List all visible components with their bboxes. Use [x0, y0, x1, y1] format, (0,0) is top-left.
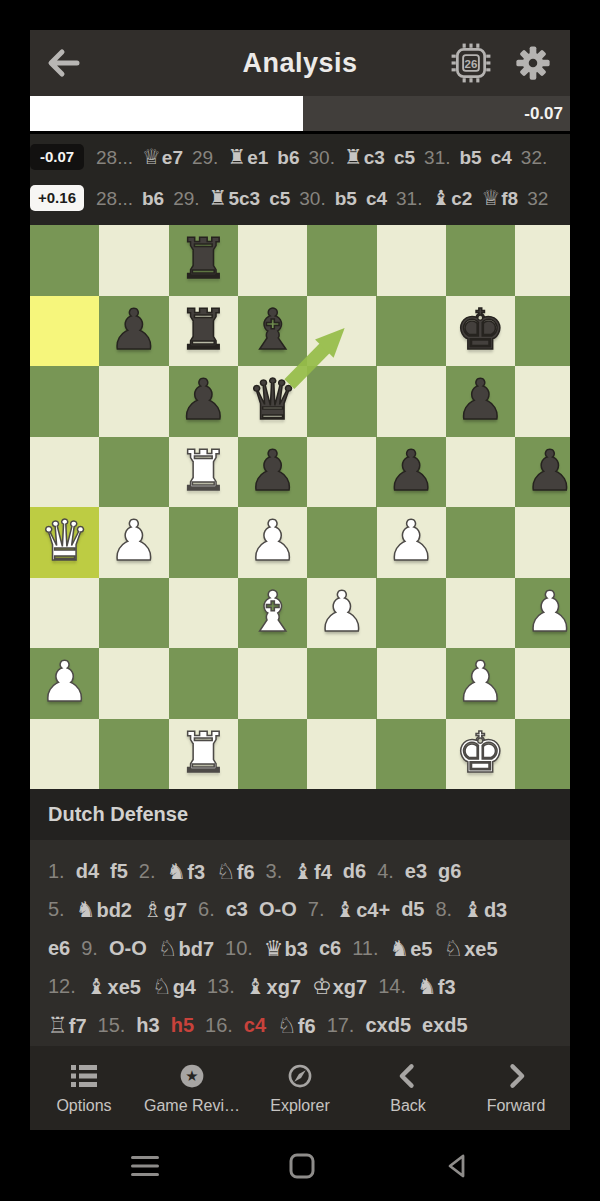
square-a1[interactable]	[30, 719, 99, 790]
move-number: 16.	[205, 1014, 233, 1037]
android-back-button[interactable]	[442, 1151, 472, 1181]
black-b-d7[interactable]: ♝	[238, 296, 307, 367]
white-p-d4[interactable]: ♟	[238, 507, 307, 578]
back-arrow-icon	[46, 47, 82, 79]
move-token[interactable]: f5	[110, 860, 128, 883]
move-number: 29.	[173, 188, 199, 209]
move-token[interactable]: ♛b3	[264, 936, 308, 961]
nav-label: Explorer	[270, 1097, 330, 1115]
evaluation-bar[interactable]: -0.07	[30, 96, 570, 131]
piece-figurine: ♝	[87, 974, 107, 999]
square-h2[interactable]	[515, 648, 570, 719]
compass-icon	[285, 1062, 315, 1090]
move-number: 29.	[192, 147, 218, 168]
piece-figurine: ♝	[246, 974, 266, 999]
engine-chip-icon[interactable]: 26	[450, 42, 492, 84]
white-p-f4[interactable]: ♟	[377, 507, 446, 578]
move-token[interactable]: ♜e1	[227, 147, 268, 168]
move-token[interactable]: ♖f7	[48, 1013, 87, 1038]
square-h8[interactable]	[515, 225, 570, 296]
square-a5[interactable]	[30, 437, 99, 508]
square-f8[interactable]	[377, 225, 446, 296]
move-token[interactable]: c5	[394, 147, 415, 168]
square-h7[interactable]	[515, 296, 570, 367]
square-g4[interactable]	[446, 507, 515, 578]
engine-lines-panel: -0.07 28...♕e729.♜e1b630.♜c3c531.b5c432.…	[30, 134, 570, 225]
move-token[interactable]: ♝c4+	[335, 897, 390, 922]
nav-item-back[interactable]: Back	[354, 1046, 462, 1130]
evaluation-bar-white-portion	[30, 96, 303, 131]
piece-figurine: ♜	[227, 145, 246, 169]
move-number: 30.	[299, 188, 325, 209]
eval-badge: -0.07	[30, 144, 84, 170]
move-token[interactable]: ♘f6	[277, 1013, 316, 1038]
white-r-c1[interactable]: ♜	[169, 719, 238, 790]
piece-figurine: ♕	[481, 186, 500, 210]
square-b6[interactable]	[99, 366, 168, 437]
move-number: 8.	[435, 898, 452, 921]
move-token[interactable]: c6	[319, 937, 341, 960]
white-p-e3[interactable]: ♟	[307, 578, 376, 649]
move-number: 14.	[378, 975, 406, 998]
square-e2[interactable]	[307, 648, 376, 719]
square-a8[interactable]	[30, 225, 99, 296]
move-number: 30.	[309, 147, 335, 168]
app-bar: Analysis 26	[30, 30, 570, 96]
move-token[interactable]: c4	[491, 147, 512, 168]
piece-figurine: ♘	[443, 936, 463, 961]
piece-figurine: ♝	[293, 859, 313, 884]
black-p-g6[interactable]: ♟	[446, 366, 515, 437]
white-p-b4[interactable]: ♟	[99, 507, 168, 578]
square-g5[interactable]	[446, 437, 515, 508]
square-e1[interactable]	[307, 719, 376, 790]
move-token[interactable]: cxd5	[365, 1014, 411, 1037]
move-number: 17.	[327, 1014, 355, 1037]
square-e6[interactable]	[307, 366, 376, 437]
piece-figurine: ♝	[431, 186, 450, 210]
black-p-d5[interactable]: ♟	[238, 437, 307, 508]
evaluation-value: -0.07	[524, 96, 563, 131]
nav-item-options[interactable]: Options	[30, 1046, 138, 1130]
square-e8[interactable]	[307, 225, 376, 296]
square-b3[interactable]	[99, 578, 168, 649]
move-row: 5.♞bd2♗g76.c3O-O7.♝c4+d58.♝d3	[48, 891, 570, 930]
square-b5[interactable]	[99, 437, 168, 508]
square-h4[interactable]	[515, 507, 570, 578]
move-token[interactable]: ♝f4	[293, 859, 332, 884]
move-token[interactable]: b6	[277, 147, 299, 168]
move-token[interactable]: b5	[335, 188, 357, 209]
move-number: 4.	[377, 860, 394, 883]
piece-figurine: ♝	[335, 897, 355, 922]
move-number: 32.	[521, 147, 547, 168]
move-number: 15.	[98, 1014, 126, 1037]
piece-figurine: ♜	[344, 145, 363, 169]
black-q-d6[interactable]: ♛	[238, 366, 307, 437]
move-number: 12.	[48, 975, 76, 998]
move-number: 11.	[352, 937, 378, 960]
square-h6[interactable]	[515, 366, 570, 437]
white-p-a2[interactable]: ♟	[30, 648, 99, 719]
move-token[interactable]: ♜c3	[344, 147, 385, 168]
move-token[interactable]: ♞bd2	[76, 897, 132, 922]
move-number: 31.	[396, 188, 422, 209]
nav-item-game-review[interactable]: ★ Game Revi…	[138, 1046, 246, 1130]
piece-figurine: ♘	[216, 859, 236, 884]
chevron-left-icon	[393, 1062, 423, 1090]
piece-figurine: ♖	[48, 1013, 68, 1038]
move-token[interactable]: O-O	[259, 898, 297, 921]
list-icon	[69, 1062, 99, 1090]
piece-figurine: ♜	[209, 186, 228, 210]
square-f2[interactable]	[377, 648, 446, 719]
white-p-h3[interactable]: ♟	[515, 578, 570, 649]
android-nav-bar	[0, 1130, 600, 1201]
square-f1[interactable]	[377, 719, 446, 790]
back-arrow-button[interactable]	[44, 45, 84, 81]
move-number: 6.	[198, 898, 215, 921]
piece-figurine: ♔	[312, 974, 332, 999]
move-token[interactable]: c5	[269, 188, 290, 209]
piece-figurine: ♘	[152, 974, 172, 999]
piece-figurine: ♞	[417, 974, 437, 999]
move-number: 3.	[266, 860, 283, 883]
menu-lines-icon	[128, 1153, 162, 1179]
black-p-f5[interactable]: ♟	[377, 437, 446, 508]
piece-figurine: ♘	[158, 936, 178, 961]
move-token[interactable]: h5	[171, 1014, 194, 1037]
move-token[interactable]: ♘xe5	[443, 936, 497, 961]
move-token[interactable]: ♔xg7	[312, 974, 367, 999]
move-token[interactable]: d4	[76, 860, 99, 883]
white-k-g1[interactable]: ♚	[446, 719, 515, 790]
move-token[interactable]: c4	[366, 188, 387, 209]
settings-gear-icon[interactable]	[514, 44, 552, 82]
white-q-a4[interactable]: ♛	[30, 507, 99, 578]
square-b2[interactable]	[99, 648, 168, 719]
move-number: 32	[527, 188, 548, 209]
nav-item-forward[interactable]: Forward	[462, 1046, 570, 1130]
move-number: 2.	[139, 860, 156, 883]
move-token[interactable]: ♗g7	[143, 897, 187, 922]
move-token[interactable]: ♞f3	[167, 859, 206, 884]
piece-figurine: ♝	[463, 897, 483, 922]
move-token[interactable]: b6	[142, 188, 164, 209]
engine-line-2[interactable]: +0.16 28...b629.♜5c3c530.b5c431.♝c2♕f832	[30, 179, 570, 216]
move-number: 9.	[81, 937, 98, 960]
move-token[interactable]: ♘f6	[216, 859, 255, 884]
move-number: 5.	[48, 898, 65, 921]
move-token[interactable]: ♝xg7	[246, 974, 301, 999]
white-p-g2[interactable]: ♟	[446, 648, 515, 719]
nav-item-explorer[interactable]: Explorer	[246, 1046, 354, 1130]
square-e4[interactable]	[307, 507, 376, 578]
move-token[interactable]: ♝xe5	[87, 974, 141, 999]
move-token[interactable]: b5	[459, 147, 481, 168]
square-f3[interactable]	[377, 578, 446, 649]
square-h1[interactable]	[515, 719, 570, 790]
move-token[interactable]: e6	[48, 937, 70, 960]
square-d1[interactable]	[238, 719, 307, 790]
piece-figurine: ♛	[264, 936, 284, 961]
white-r-c5[interactable]: ♜	[169, 437, 238, 508]
move-number: 7.	[308, 898, 325, 921]
nav-label: Forward	[487, 1097, 546, 1115]
move-number: 28...	[96, 147, 133, 168]
move-number: 10.	[225, 937, 253, 960]
move-token[interactable]: c4	[244, 1014, 266, 1037]
android-home-button[interactable]	[287, 1151, 317, 1181]
eval-badge: +0.16	[30, 185, 84, 211]
square-f7[interactable]	[377, 296, 446, 367]
move-number: 13.	[207, 975, 235, 998]
white-b-d3[interactable]: ♝	[238, 578, 307, 649]
move-row: ♖f715.h3h516.c4♘f617.cxd5exd5	[48, 1006, 570, 1045]
piece-figurine: ♘	[277, 1013, 297, 1038]
square-g8[interactable]	[446, 225, 515, 296]
move-row: 1.d4f52.♞f3♘f63.♝f4d64.e3g6	[48, 852, 570, 891]
move-token[interactable]: e3	[405, 860, 427, 883]
black-r-c8[interactable]: ♜	[169, 225, 238, 296]
engine-depth-badge: 26	[465, 58, 478, 70]
move-number: 31.	[424, 147, 450, 168]
square-c3[interactable]	[169, 578, 238, 649]
square-d8[interactable]	[238, 225, 307, 296]
piece-figurine: ♞	[389, 936, 409, 961]
square-a7[interactable]	[30, 296, 99, 367]
move-token[interactable]: ♞e5	[389, 936, 432, 961]
move-number: 28...	[96, 188, 133, 209]
move-token[interactable]: ♜5c3	[209, 188, 261, 209]
move-token[interactable]: g6	[438, 860, 461, 883]
square-b1[interactable]	[99, 719, 168, 790]
chess-board[interactable]: ♜♟♜♝♚♟♛♟♜♟♟♟♛♟♟♟♝♟♟♟♟♜♚abcdefgh	[30, 225, 570, 789]
move-token[interactable]: h3	[136, 1014, 159, 1037]
piece-figurine: ♞	[76, 897, 96, 922]
square-a3[interactable]	[30, 578, 99, 649]
home-square-icon	[287, 1151, 317, 1181]
move-token[interactable]: c3	[226, 898, 248, 921]
nav-label: Game Revi…	[144, 1097, 240, 1115]
move-token[interactable]: ♘bd7	[158, 936, 214, 961]
square-c2[interactable]	[169, 648, 238, 719]
square-e7[interactable]	[307, 296, 376, 367]
black-p-c6[interactable]: ♟	[169, 366, 238, 437]
chevron-right-icon	[501, 1062, 531, 1090]
move-token[interactable]: O-O	[109, 937, 147, 960]
move-token[interactable]: ♘g4	[152, 974, 196, 999]
square-f6[interactable]	[377, 366, 446, 437]
android-menu-button[interactable]	[128, 1153, 162, 1179]
move-token[interactable]: ♕e7	[142, 147, 183, 168]
back-triangle-icon	[442, 1151, 472, 1181]
square-e5[interactable]	[307, 437, 376, 508]
black-r-c7[interactable]: ♜	[169, 296, 238, 367]
move-token[interactable]: ♕f8	[481, 188, 518, 209]
move-row: e69.O-O♘bd710.♛b3c611.♞e5♘xe5	[48, 929, 570, 968]
nav-label: Options	[56, 1097, 111, 1115]
move-token[interactable]: ♝c2	[431, 188, 472, 209]
black-p-b7[interactable]: ♟	[99, 296, 168, 367]
move-token[interactable]: d5	[401, 898, 424, 921]
nav-label: Back	[390, 1097, 426, 1115]
square-a6[interactable]	[30, 366, 99, 437]
move-token[interactable]: ♝d3	[463, 897, 507, 922]
square-b8[interactable]	[99, 225, 168, 296]
move-list: 1.d4f52.♞f3♘f63.♝f4d64.e3g6 5.♞bd2♗g76.c…	[30, 840, 570, 1046]
bottom-nav-bar: Options ★ Game Revi… Explorer Back Forwa…	[30, 1046, 570, 1130]
square-g3[interactable]	[446, 578, 515, 649]
move-number: 1.	[48, 860, 65, 883]
opening-name: Dutch Defense	[30, 789, 570, 840]
move-token[interactable]: d6	[343, 860, 366, 883]
engine-line-1[interactable]: -0.07 28...♕e729.♜e1b630.♜c3c531.b5c432.	[30, 138, 570, 175]
black-p-h5[interactable]: ♟	[515, 437, 570, 508]
move-row: 12.♝xe5♘g413.♝xg7♔xg714.♞f3	[48, 968, 570, 1007]
piece-figurine: ♗	[143, 897, 163, 922]
piece-figurine: ♞	[167, 859, 187, 884]
square-d2[interactable]	[238, 648, 307, 719]
piece-figurine: ♕	[142, 145, 161, 169]
move-token[interactable]: ♞f3	[417, 974, 456, 999]
svg-text:★: ★	[185, 1066, 198, 1084]
move-token[interactable]: exd5	[422, 1014, 468, 1037]
star-circle-icon: ★	[177, 1062, 207, 1090]
square-c4[interactable]	[169, 507, 238, 578]
black-k-g7[interactable]: ♚	[446, 296, 515, 367]
